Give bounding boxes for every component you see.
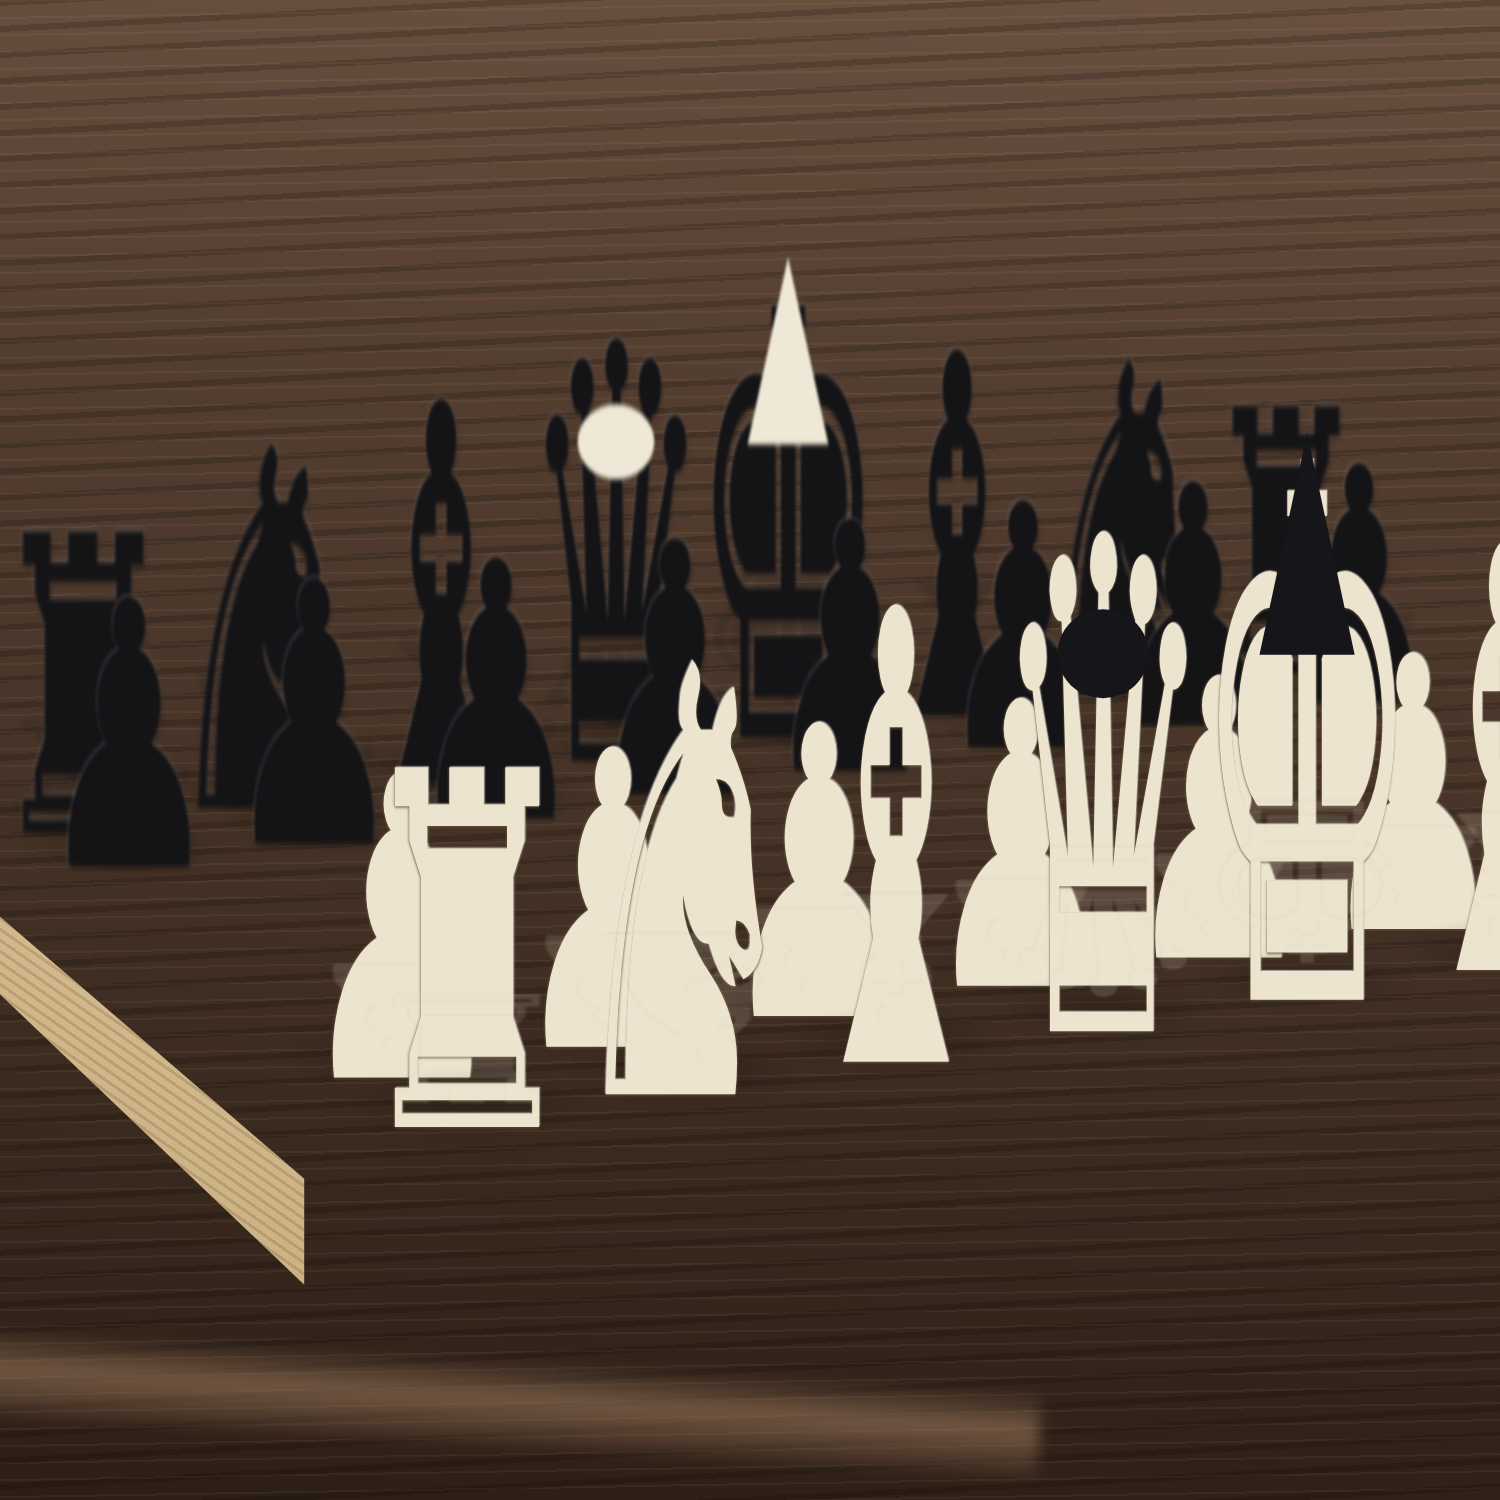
dark-wood-table: [0, 0, 1500, 1500]
chess-photo-scene: hgfedcba12345678 ♜♜♞♞♟♟♝♝♟♟♚♚♟♟♛♛♟♟♝♝♟♟♞…: [0, 0, 1500, 1500]
